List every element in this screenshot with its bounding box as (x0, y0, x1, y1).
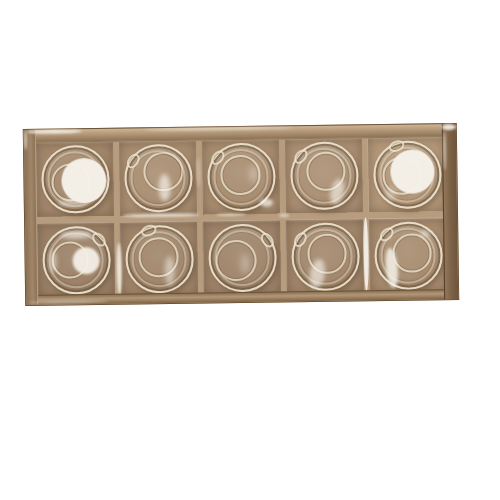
compartment-r2c3 (202, 219, 281, 295)
compartment-r1c3 (201, 138, 280, 214)
glass-cup-r2c3 (208, 224, 277, 293)
glass-cup-r1c4 (289, 141, 358, 210)
glass-outer-rim-edge (296, 148, 352, 204)
glass-cup-r1c2 (124, 144, 193, 213)
glass-cup-r2c4 (291, 222, 360, 291)
compartment-r2c1 (36, 222, 115, 298)
compartment-r2c2 (119, 221, 198, 297)
glass-outer-rim-edge (297, 229, 353, 285)
glass-cup-r2c5 (374, 221, 443, 290)
glass-reflection (390, 149, 435, 194)
glass-cup-r1c5 (372, 140, 441, 209)
glass-reflection (164, 256, 174, 286)
glass-outer-rim-edge (213, 149, 269, 205)
glass-reflection (259, 199, 272, 207)
divider-highlight (196, 158, 200, 188)
glass-reflection (240, 254, 249, 274)
compartment-r1c4 (284, 137, 363, 213)
glass-outer-rim-edge (130, 150, 186, 206)
glass-reflection (249, 165, 257, 183)
glass-reflection (158, 174, 170, 201)
compartment-r1c1 (35, 141, 114, 217)
glass-cup-r2c2 (125, 225, 194, 294)
divider-highlight (122, 213, 200, 218)
compartment-r1c5 (367, 136, 446, 212)
glass-outer-rim-edge (131, 231, 187, 287)
box-wall-left (24, 130, 38, 305)
glass-reflection (49, 251, 56, 273)
cardboard-box (23, 123, 459, 306)
glass-reflection (420, 229, 430, 237)
glass-cup-r1c3 (207, 143, 276, 212)
glass-reflection (72, 247, 99, 274)
glass-reflection (385, 187, 395, 201)
divider-highlight (216, 213, 246, 216)
glass-cup-r2c1 (42, 226, 111, 295)
compartment-r2c4 (285, 218, 364, 294)
product-photo (0, 0, 500, 500)
compartment-r2c5 (368, 217, 447, 293)
compartment-r1c2 (118, 140, 197, 216)
glass-reflection (61, 158, 107, 204)
glass-cup-r1c1 (41, 145, 110, 214)
box-interior (35, 136, 447, 298)
divider-highlight (279, 213, 289, 217)
